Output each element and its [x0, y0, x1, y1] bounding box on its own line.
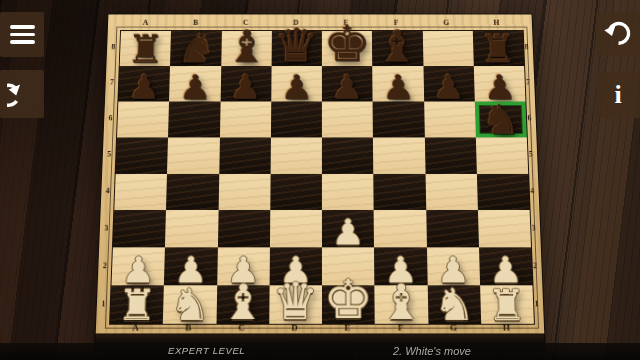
piece-white-pawn[interactable]: ♟ — [331, 215, 365, 251]
piece-white-knight[interactable]: ♞ — [169, 282, 211, 326]
square-b6[interactable] — [168, 101, 220, 137]
square-d3[interactable] — [270, 210, 322, 247]
piece-black-pawn[interactable]: ♟ — [331, 70, 364, 104]
piece-black-pawn[interactable]: ♟ — [382, 70, 415, 104]
square-c5[interactable] — [219, 137, 271, 173]
square-a3[interactable] — [113, 210, 166, 247]
square-a7[interactable]: ♟ — [118, 66, 170, 101]
hamburger-menu-icon — [10, 25, 35, 44]
rank-label: 4 — [101, 173, 115, 210]
square-c3[interactable] — [217, 210, 270, 247]
board-frame: ABCDEFGH ♜♞♝♛♚♝♜♟♟♟♟♟♟♟♟♞♟♟♟♟♟♟♟♟♜♞♝♛♚♝♞… — [95, 14, 546, 335]
square-d1[interactable]: ♛ — [269, 285, 322, 323]
rank-label: 2 — [98, 247, 112, 285]
rank-label: 3 — [99, 209, 113, 246]
square-a5[interactable] — [116, 137, 169, 173]
square-h4[interactable] — [477, 173, 530, 210]
square-f4[interactable] — [374, 173, 426, 210]
piece-black-pawn[interactable]: ♟ — [229, 70, 262, 104]
square-f7[interactable]: ♟ — [372, 66, 423, 101]
square-a8[interactable]: ♜ — [120, 31, 172, 66]
square-b8[interactable]: ♞ — [170, 31, 221, 66]
square-e3[interactable]: ♟ — [322, 210, 374, 247]
piece-black-pawn[interactable]: ♟ — [178, 70, 211, 104]
square-e7[interactable]: ♟ — [322, 66, 373, 101]
square-h3[interactable] — [478, 210, 531, 247]
piece-white-rook[interactable]: ♜ — [117, 284, 158, 326]
square-c1[interactable]: ♝ — [216, 285, 269, 323]
square-c7[interactable]: ♟ — [220, 66, 271, 101]
info-button[interactable]: i — [596, 72, 640, 118]
rank-label: 5 — [102, 136, 116, 172]
piece-white-queen[interactable]: ♛ — [272, 276, 319, 327]
square-g6[interactable] — [424, 101, 476, 137]
square-a1[interactable]: ♜ — [110, 285, 164, 323]
square-e5[interactable] — [322, 137, 374, 173]
piece-black-king[interactable]: ♚ — [323, 20, 371, 69]
square-g1[interactable]: ♞ — [427, 285, 481, 323]
square-h8[interactable]: ♜ — [473, 31, 525, 66]
square-f1[interactable]: ♝ — [375, 285, 428, 323]
square-f5[interactable] — [373, 137, 425, 173]
square-e4[interactable] — [322, 173, 374, 210]
square-g5[interactable] — [424, 137, 476, 173]
rank-label: 7 — [105, 65, 119, 100]
square-b7[interactable]: ♟ — [169, 66, 221, 101]
square-f6[interactable] — [373, 101, 425, 137]
piece-black-rook[interactable]: ♜ — [479, 30, 518, 69]
piece-black-pawn[interactable]: ♟ — [432, 70, 465, 104]
menu-button[interactable] — [0, 12, 44, 57]
info-icon: i — [614, 82, 621, 108]
square-e6[interactable] — [322, 101, 373, 137]
square-c4[interactable] — [218, 173, 270, 210]
square-g7[interactable]: ♟ — [423, 66, 475, 101]
rank-label: 1 — [96, 284, 110, 322]
piece-white-knight[interactable]: ♞ — [433, 282, 475, 326]
chess-board: ABCDEFGH ♜♞♝♛♚♝♜♟♟♟♟♟♟♟♟♞♟♟♟♟♟♟♟♟♜♞♝♛♚♝♞… — [94, 14, 546, 352]
piece-black-rook[interactable]: ♜ — [126, 30, 165, 69]
square-g4[interactable] — [425, 173, 478, 210]
piece-black-bishop[interactable]: ♝ — [376, 25, 419, 69]
rotate-icon — [7, 79, 37, 109]
square-d5[interactable] — [270, 137, 322, 173]
square-h1[interactable]: ♜ — [480, 285, 534, 323]
square-e8[interactable]: ♚ — [322, 31, 373, 66]
piece-black-bishop[interactable]: ♝ — [225, 25, 268, 69]
move-indicator: 2. White's move — [393, 345, 471, 357]
square-h5[interactable] — [476, 137, 529, 173]
square-b4[interactable] — [166, 173, 219, 210]
piece-black-queen[interactable]: ♛ — [274, 22, 319, 68]
square-g8[interactable] — [422, 31, 473, 66]
piece-white-bishop[interactable]: ♝ — [220, 279, 265, 327]
square-g3[interactable] — [426, 210, 479, 247]
piece-white-king[interactable]: ♚ — [323, 273, 373, 327]
square-h6[interactable]: ♞ — [475, 101, 527, 137]
square-b5[interactable] — [167, 137, 219, 173]
piece-black-pawn[interactable]: ♟ — [127, 70, 161, 104]
piece-white-rook[interactable]: ♜ — [487, 284, 528, 326]
piece-black-knight[interactable]: ♞ — [480, 98, 521, 139]
undo-icon — [603, 19, 633, 49]
board-grid: ♜♞♝♛♚♝♜♟♟♟♟♟♟♟♟♞♟♟♟♟♟♟♟♟♜♞♝♛♚♝♞♜ — [109, 30, 535, 325]
square-c8[interactable]: ♝ — [221, 31, 272, 66]
square-f3[interactable] — [374, 210, 427, 247]
square-d7[interactable]: ♟ — [271, 66, 322, 101]
file-label: G — [421, 17, 471, 28]
square-b3[interactable] — [165, 210, 218, 247]
undo-button[interactable] — [596, 12, 640, 56]
square-b1[interactable]: ♞ — [163, 285, 217, 323]
app-screen: ABCDEFGH ♜♞♝♛♚♝♜♟♟♟♟♟♟♟♟♞♟♟♟♟♟♟♟♟♜♞♝♛♚♝♞… — [0, 0, 640, 360]
square-e1[interactable]: ♚ — [322, 285, 375, 323]
piece-black-pawn[interactable]: ♟ — [280, 70, 313, 104]
piece-black-knight[interactable]: ♞ — [176, 28, 216, 68]
rank-label: 6 — [104, 100, 118, 136]
square-f8[interactable]: ♝ — [372, 31, 423, 66]
rotate-board-button[interactable] — [0, 70, 44, 118]
square-d4[interactable] — [270, 173, 322, 210]
piece-white-bishop[interactable]: ♝ — [379, 279, 424, 327]
square-a6[interactable] — [117, 101, 169, 137]
square-c6[interactable] — [219, 101, 271, 137]
level-label: EXPERT LEVEL — [168, 345, 245, 356]
square-d8[interactable]: ♛ — [271, 31, 322, 66]
rank-label: 8 — [106, 30, 120, 65]
status-bar: EXPERT LEVEL 2. White's move — [0, 343, 640, 360]
square-a4[interactable] — [114, 173, 167, 210]
square-d6[interactable] — [271, 101, 322, 137]
